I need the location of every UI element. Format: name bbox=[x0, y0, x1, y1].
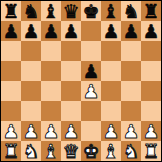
square-g1[interactable]: ♞ bbox=[121, 141, 141, 161]
square-a8[interactable]: ♜ bbox=[1, 1, 21, 21]
square-e2[interactable] bbox=[81, 121, 101, 141]
piece-black-pawn[interactable]: ♟ bbox=[2, 21, 19, 41]
square-d6[interactable] bbox=[61, 41, 81, 61]
square-a1[interactable]: ♜ bbox=[1, 141, 21, 161]
square-c7[interactable]: ♟ bbox=[41, 21, 61, 41]
square-a5[interactable] bbox=[1, 61, 21, 81]
square-g4[interactable] bbox=[121, 81, 141, 101]
square-a7[interactable]: ♟ bbox=[1, 21, 21, 41]
square-d3[interactable] bbox=[61, 101, 81, 121]
piece-white-bishop[interactable]: ♝ bbox=[102, 141, 119, 161]
piece-black-rook[interactable]: ♜ bbox=[2, 1, 19, 21]
square-c8[interactable]: ♝ bbox=[41, 1, 61, 21]
square-d4[interactable] bbox=[61, 81, 81, 101]
square-b5[interactable] bbox=[21, 61, 41, 81]
square-a2[interactable]: ♟ bbox=[1, 121, 21, 141]
square-a3[interactable] bbox=[1, 101, 21, 121]
square-d8[interactable]: ♛ bbox=[61, 1, 81, 21]
piece-white-pawn[interactable]: ♟ bbox=[42, 121, 59, 141]
piece-black-rook[interactable]: ♜ bbox=[142, 1, 159, 21]
piece-black-pawn[interactable]: ♟ bbox=[62, 21, 79, 41]
piece-black-knight[interactable]: ♞ bbox=[122, 1, 139, 21]
piece-white-pawn[interactable]: ♟ bbox=[62, 121, 79, 141]
square-c2[interactable]: ♟ bbox=[41, 121, 61, 141]
square-c3[interactable] bbox=[41, 101, 61, 121]
piece-black-bishop[interactable]: ♝ bbox=[102, 1, 119, 21]
square-e1[interactable]: ♚ bbox=[81, 141, 101, 161]
square-h1[interactable]: ♜ bbox=[141, 141, 161, 161]
chess-board-frame: ♜♞♝♛♚♝♞♜♟♟♟♟♟♟♟♟♟♟♟♟♟♟♟♟♜♞♝♛♚♝♞♜ bbox=[0, 0, 162, 162]
square-f5[interactable] bbox=[101, 61, 121, 81]
piece-black-pawn[interactable]: ♟ bbox=[22, 21, 39, 41]
square-f4[interactable] bbox=[101, 81, 121, 101]
square-h3[interactable] bbox=[141, 101, 161, 121]
square-h4[interactable] bbox=[141, 81, 161, 101]
piece-white-bishop[interactable]: ♝ bbox=[42, 141, 59, 161]
piece-black-pawn[interactable]: ♟ bbox=[42, 21, 59, 41]
piece-black-pawn[interactable]: ♟ bbox=[82, 61, 99, 81]
square-h6[interactable] bbox=[141, 41, 161, 61]
square-h2[interactable]: ♟ bbox=[141, 121, 161, 141]
piece-white-rook[interactable]: ♜ bbox=[142, 141, 159, 161]
square-e4[interactable]: ♟ bbox=[81, 81, 101, 101]
square-f1[interactable]: ♝ bbox=[101, 141, 121, 161]
piece-white-pawn[interactable]: ♟ bbox=[122, 121, 139, 141]
piece-white-pawn[interactable]: ♟ bbox=[82, 81, 99, 101]
square-c5[interactable] bbox=[41, 61, 61, 81]
piece-white-pawn[interactable]: ♟ bbox=[2, 121, 19, 141]
square-d2[interactable]: ♟ bbox=[61, 121, 81, 141]
square-b7[interactable]: ♟ bbox=[21, 21, 41, 41]
square-b1[interactable]: ♞ bbox=[21, 141, 41, 161]
square-f6[interactable] bbox=[101, 41, 121, 61]
piece-black-pawn[interactable]: ♟ bbox=[122, 21, 139, 41]
square-c4[interactable] bbox=[41, 81, 61, 101]
square-f2[interactable]: ♟ bbox=[101, 121, 121, 141]
square-b8[interactable]: ♞ bbox=[21, 1, 41, 21]
piece-white-queen[interactable]: ♛ bbox=[62, 141, 79, 161]
square-c6[interactable] bbox=[41, 41, 61, 61]
piece-black-bishop[interactable]: ♝ bbox=[42, 1, 59, 21]
square-g3[interactable] bbox=[121, 101, 141, 121]
square-b2[interactable]: ♟ bbox=[21, 121, 41, 141]
square-e7[interactable] bbox=[81, 21, 101, 41]
piece-black-king[interactable]: ♚ bbox=[82, 1, 99, 21]
square-a4[interactable] bbox=[1, 81, 21, 101]
square-d5[interactable] bbox=[61, 61, 81, 81]
square-h8[interactable]: ♜ bbox=[141, 1, 161, 21]
square-b3[interactable] bbox=[21, 101, 41, 121]
piece-white-knight[interactable]: ♞ bbox=[122, 141, 139, 161]
piece-white-pawn[interactable]: ♟ bbox=[142, 121, 159, 141]
square-h7[interactable]: ♟ bbox=[141, 21, 161, 41]
piece-white-king[interactable]: ♚ bbox=[82, 141, 99, 161]
square-f3[interactable] bbox=[101, 101, 121, 121]
square-f7[interactable]: ♟ bbox=[101, 21, 121, 41]
chess-board: ♜♞♝♛♚♝♞♜♟♟♟♟♟♟♟♟♟♟♟♟♟♟♟♟♜♞♝♛♚♝♞♜ bbox=[1, 1, 161, 161]
square-e3[interactable] bbox=[81, 101, 101, 121]
piece-black-pawn[interactable]: ♟ bbox=[142, 21, 159, 41]
square-b4[interactable] bbox=[21, 81, 41, 101]
square-f8[interactable]: ♝ bbox=[101, 1, 121, 21]
square-g5[interactable] bbox=[121, 61, 141, 81]
piece-white-pawn[interactable]: ♟ bbox=[22, 121, 39, 141]
square-e5[interactable]: ♟ bbox=[81, 61, 101, 81]
square-a6[interactable] bbox=[1, 41, 21, 61]
square-e6[interactable] bbox=[81, 41, 101, 61]
piece-black-queen[interactable]: ♛ bbox=[62, 1, 79, 21]
square-g6[interactable] bbox=[121, 41, 141, 61]
square-d1[interactable]: ♛ bbox=[61, 141, 81, 161]
piece-white-pawn[interactable]: ♟ bbox=[102, 121, 119, 141]
square-h5[interactable] bbox=[141, 61, 161, 81]
square-d7[interactable]: ♟ bbox=[61, 21, 81, 41]
piece-white-rook[interactable]: ♜ bbox=[2, 141, 19, 161]
square-b6[interactable] bbox=[21, 41, 41, 61]
square-c1[interactable]: ♝ bbox=[41, 141, 61, 161]
square-e8[interactable]: ♚ bbox=[81, 1, 101, 21]
piece-black-knight[interactable]: ♞ bbox=[22, 1, 39, 21]
square-g2[interactable]: ♟ bbox=[121, 121, 141, 141]
piece-black-pawn[interactable]: ♟ bbox=[102, 21, 119, 41]
square-g8[interactable]: ♞ bbox=[121, 1, 141, 21]
square-g7[interactable]: ♟ bbox=[121, 21, 141, 41]
piece-white-knight[interactable]: ♞ bbox=[22, 141, 39, 161]
